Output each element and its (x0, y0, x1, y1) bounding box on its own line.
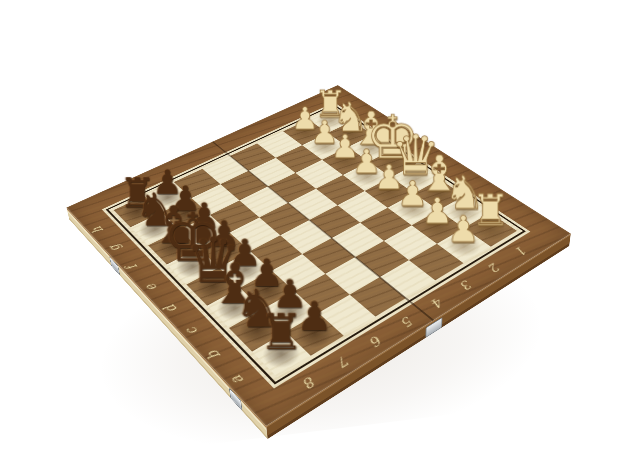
chess-board: abcdefgh 87654321 ♜♟♞♟♝♟♚♟♛♟♝♟♟♞♜♟♟♜♞♟♟♝… (66, 85, 571, 426)
chess-set-photo: abcdefgh 87654321 ♜♟♞♟♝♟♚♟♛♟♝♟♟♞♜♟♟♜♞♟♟♝… (0, 0, 620, 465)
camera-roll-wrapper: abcdefgh 87654321 ♜♟♞♟♝♟♚♟♛♟♝♟♟♞♜♟♟♜♞♟♟♝… (0, 0, 620, 465)
perspective-wrapper: abcdefgh 87654321 ♜♟♞♟♝♟♚♟♛♟♝♟♟♞♜♟♟♜♞♟♟♝… (0, 0, 620, 465)
